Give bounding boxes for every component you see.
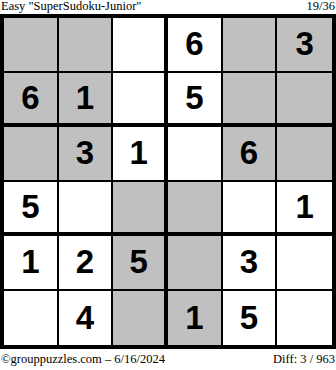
- difficulty-text: Diff: 3 / 963: [273, 351, 335, 367]
- grid-cell-r3c5[interactable]: 6: [223, 127, 278, 182]
- sudoku-grid: 63615316511253415: [0, 14, 336, 349]
- grid-cell-r1c2[interactable]: [59, 18, 114, 73]
- grid-cell-r1c6[interactable]: 3: [277, 18, 332, 73]
- grid-cell-r2c6[interactable]: [277, 73, 332, 128]
- grid-cell-r1c5[interactable]: [223, 18, 278, 73]
- copyright-text: ©grouppuzzles.com – 6/16/2024: [1, 351, 165, 367]
- puzzle-page: Easy "SuperSudoku-Junior" 19/36 63615316…: [0, 0, 336, 370]
- grid-cell-r2c4[interactable]: 5: [168, 73, 223, 128]
- header: Easy "SuperSudoku-Junior" 19/36: [0, 0, 336, 14]
- grid-cell-r3c4[interactable]: [168, 127, 223, 182]
- grid-cell-r5c3[interactable]: 5: [113, 236, 168, 291]
- grid-cell-r1c4[interactable]: 6: [168, 18, 223, 73]
- grid-cell-r2c2[interactable]: 1: [59, 73, 114, 128]
- grid-cell-r2c5[interactable]: [223, 73, 278, 128]
- grid-cell-r5c1[interactable]: 1: [4, 236, 59, 291]
- grid-cell-r6c3[interactable]: [113, 291, 168, 346]
- grid-cell-r4c5[interactable]: [223, 182, 278, 237]
- puzzle-title: Easy "SuperSudoku-Junior": [1, 0, 141, 13]
- grid-cell-r2c1[interactable]: 6: [4, 73, 59, 128]
- grid-cell-r5c6[interactable]: [277, 236, 332, 291]
- grid-cell-r4c3[interactable]: [113, 182, 168, 237]
- grid-cell-r4c1[interactable]: 5: [4, 182, 59, 237]
- grid-cell-r4c2[interactable]: [59, 182, 114, 237]
- grid-cell-r6c1[interactable]: [4, 291, 59, 346]
- grid-cell-r6c2[interactable]: 4: [59, 291, 114, 346]
- grid-cell-r4c4[interactable]: [168, 182, 223, 237]
- grid-cell-r6c6[interactable]: [277, 291, 332, 346]
- grid-cell-r3c6[interactable]: [277, 127, 332, 182]
- grid-cell-r4c6[interactable]: 1: [277, 182, 332, 237]
- grid-cell-r1c1[interactable]: [4, 18, 59, 73]
- grid-cell-r1c3[interactable]: [113, 18, 168, 73]
- grid-cell-r5c2[interactable]: 2: [59, 236, 114, 291]
- grid-cell-r5c5[interactable]: 3: [223, 236, 278, 291]
- grid-cell-r6c5[interactable]: 5: [223, 291, 278, 346]
- puzzle-counter: 19/36: [307, 0, 335, 13]
- grid-cell-r5c4[interactable]: [168, 236, 223, 291]
- grid-cell-r3c3[interactable]: 1: [113, 127, 168, 182]
- grid-cell-r6c4[interactable]: 1: [168, 291, 223, 346]
- grid-cell-r3c2[interactable]: 3: [59, 127, 114, 182]
- grid-cell-r3c1[interactable]: [4, 127, 59, 182]
- grid-cell-r2c3[interactable]: [113, 73, 168, 128]
- footer: ©grouppuzzles.com – 6/16/2024 Diff: 3 / …: [0, 349, 336, 370]
